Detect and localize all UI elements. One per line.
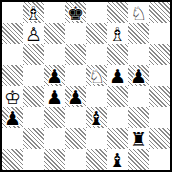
square-c7[interactable]: [44, 23, 65, 44]
square-g5[interactable]: ♟♟: [128, 65, 149, 86]
square-a7[interactable]: [2, 23, 23, 44]
square-a2[interactable]: [2, 128, 23, 149]
square-d5[interactable]: [65, 65, 86, 86]
square-e3[interactable]: ♝♝: [86, 107, 107, 128]
square-g7[interactable]: [128, 23, 149, 44]
piece-black-pawn: ♟: [65, 86, 86, 107]
square-f4[interactable]: [107, 86, 128, 107]
square-b4[interactable]: [23, 86, 44, 107]
piece-black-pawn: ♟: [107, 65, 128, 86]
piece-black-pawn: ♟: [44, 86, 65, 107]
square-e7[interactable]: [86, 23, 107, 44]
square-b7[interactable]: ♟♙: [23, 23, 44, 44]
square-h3[interactable]: [149, 107, 170, 128]
square-b6[interactable]: [23, 44, 44, 65]
square-f6[interactable]: [107, 44, 128, 65]
square-c1[interactable]: [44, 149, 65, 170]
square-a6[interactable]: [2, 44, 23, 65]
square-f3[interactable]: [107, 107, 128, 128]
square-h7[interactable]: [149, 23, 170, 44]
square-h6[interactable]: [149, 44, 170, 65]
square-h8[interactable]: [149, 2, 170, 23]
square-h1[interactable]: [149, 149, 170, 170]
square-g6[interactable]: [128, 44, 149, 65]
square-d1[interactable]: [65, 149, 86, 170]
square-f7[interactable]: ♝♗: [107, 23, 128, 44]
square-e5[interactable]: ♞♘: [86, 65, 107, 86]
square-d7[interactable]: [65, 23, 86, 44]
square-b2[interactable]: [23, 128, 44, 149]
square-e4[interactable]: [86, 86, 107, 107]
square-g4[interactable]: [128, 86, 149, 107]
piece-white-knight: ♘: [86, 65, 107, 86]
piece-black-pawn: ♟: [2, 107, 23, 128]
square-f5[interactable]: ♟♟: [107, 65, 128, 86]
square-c2[interactable]: [44, 128, 65, 149]
square-d3[interactable]: [65, 107, 86, 128]
piece-white-bishop: ♗: [107, 23, 128, 44]
square-b1[interactable]: [23, 149, 44, 170]
square-g2[interactable]: ♜♜: [128, 128, 149, 149]
square-c3[interactable]: [44, 107, 65, 128]
piece-white-bishop: ♗: [23, 2, 44, 23]
piece-black-pawn: ♟: [44, 65, 65, 86]
piece-black-king: ♚: [65, 2, 86, 23]
square-a1[interactable]: [2, 149, 23, 170]
square-f8[interactable]: [107, 2, 128, 23]
piece-black-pawn: ♟: [128, 65, 149, 86]
square-g8[interactable]: ♞♘: [128, 2, 149, 23]
square-h2[interactable]: [149, 128, 170, 149]
piece-white-pawn: ♙: [23, 23, 44, 44]
piece-black-bishop: ♝: [107, 149, 128, 170]
square-a4[interactable]: ♚♔: [2, 86, 23, 107]
square-b5[interactable]: [23, 65, 44, 86]
square-h4[interactable]: [149, 86, 170, 107]
chess-board: ♝♗♚♚♞♘♟♙♝♗♟♟♞♘♟♟♟♟♚♔♟♟♟♟♟♟♝♝♜♜♝♝: [2, 2, 170, 170]
square-f2[interactable]: [107, 128, 128, 149]
square-f1[interactable]: ♝♝: [107, 149, 128, 170]
square-e8[interactable]: [86, 2, 107, 23]
square-g3[interactable]: [128, 107, 149, 128]
square-c8[interactable]: [44, 2, 65, 23]
piece-white-knight: ♘: [128, 2, 149, 23]
piece-white-king: ♔: [2, 86, 23, 107]
square-a5[interactable]: [2, 65, 23, 86]
square-b8[interactable]: ♝♗: [23, 2, 44, 23]
square-c6[interactable]: [44, 44, 65, 65]
square-d4[interactable]: ♟♟: [65, 86, 86, 107]
square-a8[interactable]: [2, 2, 23, 23]
square-d8[interactable]: ♚♚: [65, 2, 86, 23]
square-c5[interactable]: ♟♟: [44, 65, 65, 86]
chess-board-frame: ♝♗♚♚♞♘♟♙♝♗♟♟♞♘♟♟♟♟♚♔♟♟♟♟♟♟♝♝♜♜♝♝: [0, 0, 172, 172]
square-h5[interactable]: [149, 65, 170, 86]
piece-black-bishop: ♝: [86, 107, 107, 128]
square-d6[interactable]: [65, 44, 86, 65]
square-d2[interactable]: [65, 128, 86, 149]
square-e6[interactable]: [86, 44, 107, 65]
piece-black-rook: ♜: [128, 128, 149, 149]
square-c4[interactable]: ♟♟: [44, 86, 65, 107]
square-e2[interactable]: [86, 128, 107, 149]
square-e1[interactable]: [86, 149, 107, 170]
square-b3[interactable]: [23, 107, 44, 128]
square-a3[interactable]: ♟♟: [2, 107, 23, 128]
square-g1[interactable]: [128, 149, 149, 170]
